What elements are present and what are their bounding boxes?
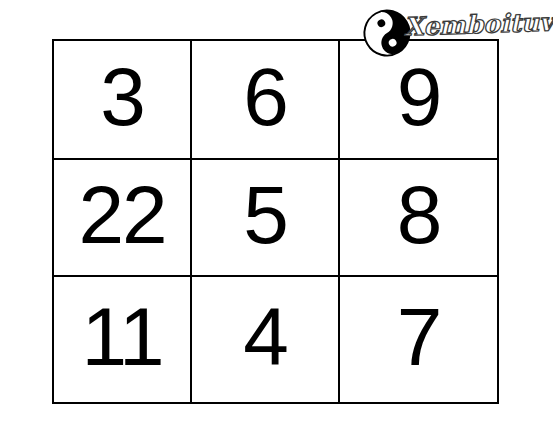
watermark: Xemboituvi.vn (356, 0, 553, 62)
cell-r2c3: 8 (340, 160, 497, 277)
page: Xemboituvi.vn 3 6 9 22 5 8 11 4 7 (0, 0, 553, 448)
cell-r2c1: 22 (54, 160, 192, 277)
cell-r1c1: 3 (54, 41, 192, 160)
cell-value: 4 (243, 296, 287, 384)
cell-value: 7 (397, 296, 441, 384)
cell-r2c2: 5 (192, 160, 340, 277)
cell-r3c1: 11 (54, 277, 192, 402)
number-grid: 3 6 9 22 5 8 11 4 7 (52, 39, 499, 404)
cell-value: 6 (243, 56, 287, 144)
cell-r3c3: 7 (340, 277, 497, 402)
cell-value: 8 (397, 174, 441, 262)
cell-value: 3 (100, 56, 144, 144)
cell-value: 5 (243, 174, 287, 262)
cell-value: 22 (78, 174, 165, 262)
watermark-text: Xemboituvi.vn (404, 7, 553, 42)
cell-value: 11 (81, 296, 162, 384)
cell-value: 9 (397, 56, 441, 144)
cell-r3c2: 4 (192, 277, 340, 402)
cell-r1c2: 6 (192, 41, 340, 160)
